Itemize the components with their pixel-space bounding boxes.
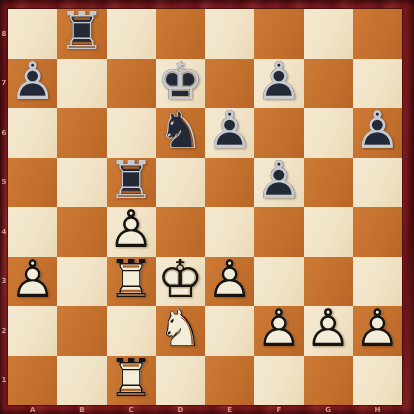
piece-black-pawn: ♟♙ — [254, 59, 303, 109]
piece-white-pawn: ♟♙ — [205, 257, 254, 307]
pawn-outline-glyph: ♙ — [8, 57, 57, 107]
pawn-outline-glyph: ♙ — [205, 106, 254, 156]
square-g7[interactable] — [304, 59, 353, 109]
square-f7[interactable]: ♟♙ — [254, 59, 303, 109]
square-a6[interactable] — [8, 108, 57, 158]
square-a2[interactable] — [8, 306, 57, 356]
square-b4[interactable] — [57, 207, 106, 257]
square-g6[interactable] — [304, 108, 353, 158]
square-b5[interactable] — [57, 158, 106, 208]
pawn-outline-glyph: ♙ — [107, 205, 156, 255]
king-outline-glyph: ♔ — [156, 57, 205, 107]
pawn-outline-glyph: ♙ — [304, 304, 353, 354]
file-label-c: C — [107, 405, 156, 414]
square-b3[interactable] — [57, 257, 106, 307]
king-outline-glyph: ♔ — [156, 255, 205, 305]
square-h6[interactable]: ♟♙ — [353, 108, 402, 158]
file-label-f: F — [254, 405, 303, 414]
piece-black-pawn: ♟♙ — [8, 59, 57, 109]
rank-label-7: 7 — [0, 59, 8, 109]
square-h2[interactable]: ♟♙ — [353, 306, 402, 356]
piece-black-pawn: ♟♙ — [353, 108, 402, 158]
rank-labels: 87654321 — [0, 9, 8, 405]
file-label-d: D — [156, 405, 205, 414]
square-h5[interactable] — [353, 158, 402, 208]
file-labels: ABCDEFGH — [8, 405, 402, 414]
file-label-e: E — [205, 405, 254, 414]
square-f4[interactable] — [254, 207, 303, 257]
pawn-outline-glyph: ♙ — [8, 255, 57, 305]
square-b2[interactable] — [57, 306, 106, 356]
square-g5[interactable] — [304, 158, 353, 208]
piece-white-pawn: ♟♙ — [254, 306, 303, 356]
square-h4[interactable] — [353, 207, 402, 257]
square-d5[interactable] — [156, 158, 205, 208]
square-a5[interactable] — [8, 158, 57, 208]
square-c8[interactable] — [107, 9, 156, 59]
rank-label-5: 5 — [0, 158, 8, 208]
piece-black-knight: ♞♘ — [156, 108, 205, 158]
square-a1[interactable] — [8, 356, 57, 406]
square-e5[interactable] — [205, 158, 254, 208]
square-h8[interactable] — [353, 9, 402, 59]
pawn-outline-glyph: ♙ — [254, 57, 303, 107]
square-d6[interactable]: ♞♘ — [156, 108, 205, 158]
square-e8[interactable] — [205, 9, 254, 59]
square-f1[interactable] — [254, 356, 303, 406]
piece-white-pawn: ♟♙ — [8, 257, 57, 307]
piece-black-pawn: ♟♙ — [205, 108, 254, 158]
rook-outline-glyph: ♖ — [107, 156, 156, 206]
piece-black-rook: ♜♖ — [57, 9, 106, 59]
piece-white-pawn: ♟♙ — [304, 306, 353, 356]
file-label-a: A — [8, 405, 57, 414]
knight-outline-glyph: ♘ — [156, 304, 205, 354]
square-e6[interactable]: ♟♙ — [205, 108, 254, 158]
square-e3[interactable]: ♟♙ — [205, 257, 254, 307]
square-e1[interactable] — [205, 356, 254, 406]
piece-white-knight: ♞♘ — [156, 306, 205, 356]
rank-label-3: 3 — [0, 257, 8, 307]
square-f5[interactable]: ♟♙ — [254, 158, 303, 208]
square-c3[interactable]: ♜♖ — [107, 257, 156, 307]
rank-label-8: 8 — [0, 9, 8, 59]
rook-outline-glyph: ♖ — [107, 354, 156, 404]
square-c1[interactable]: ♜♖ — [107, 356, 156, 406]
square-b1[interactable] — [57, 356, 106, 406]
square-a7[interactable]: ♟♙ — [8, 59, 57, 109]
pawn-outline-glyph: ♙ — [353, 106, 402, 156]
rank-label-6: 6 — [0, 108, 8, 158]
piece-white-rook: ♜♖ — [107, 356, 156, 406]
pawn-outline-glyph: ♙ — [254, 156, 303, 206]
piece-black-pawn: ♟♙ — [254, 158, 303, 208]
file-label-g: G — [304, 405, 353, 414]
piece-white-pawn: ♟♙ — [353, 306, 402, 356]
pawn-outline-glyph: ♙ — [205, 255, 254, 305]
rank-label-4: 4 — [0, 207, 8, 257]
chess-board: ♜♖♟♙♚♔♟♙♞♘♟♙♟♙♜♖♟♙♟♙♟♙♜♖♚♔♟♙♞♘♟♙♟♙♟♙♜♖ — [8, 9, 402, 405]
rook-outline-glyph: ♖ — [107, 255, 156, 305]
rook-outline-glyph: ♖ — [57, 7, 106, 57]
rank-label-2: 2 — [0, 306, 8, 356]
square-b7[interactable] — [57, 59, 106, 109]
knight-outline-glyph: ♘ — [156, 106, 205, 156]
square-g2[interactable]: ♟♙ — [304, 306, 353, 356]
square-a3[interactable]: ♟♙ — [8, 257, 57, 307]
file-label-h: H — [353, 405, 402, 414]
file-label-b: B — [57, 405, 106, 414]
rank-label-1: 1 — [0, 356, 8, 406]
pawn-outline-glyph: ♙ — [254, 304, 303, 354]
square-h1[interactable] — [353, 356, 402, 406]
square-g8[interactable] — [304, 9, 353, 59]
square-g4[interactable] — [304, 207, 353, 257]
square-b6[interactable] — [57, 108, 106, 158]
square-e2[interactable] — [205, 306, 254, 356]
square-d2[interactable]: ♞♘ — [156, 306, 205, 356]
square-b8[interactable]: ♜♖ — [57, 9, 106, 59]
square-g1[interactable] — [304, 356, 353, 406]
pawn-outline-glyph: ♙ — [353, 304, 402, 354]
square-f2[interactable]: ♟♙ — [254, 306, 303, 356]
piece-white-rook: ♜♖ — [107, 257, 156, 307]
square-c7[interactable] — [107, 59, 156, 109]
board-frame: ♜♖♟♙♚♔♟♙♞♘♟♙♟♙♜♖♟♙♟♙♟♙♜♖♚♔♟♙♞♘♟♙♟♙♟♙♜♖ 8… — [0, 0, 414, 414]
square-d1[interactable] — [156, 356, 205, 406]
